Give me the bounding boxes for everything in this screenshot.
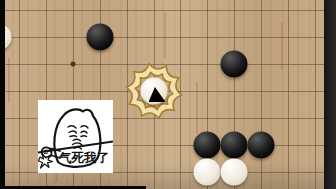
- wood-grain-streak: [196, 82, 198, 134]
- black-stone: [221, 131, 248, 158]
- star-point: [70, 62, 75, 67]
- grid-line-vertical: [315, 0, 316, 189]
- grid-line-vertical: [19, 0, 20, 189]
- sticker-caption: 气死我了: [59, 150, 109, 167]
- wood-grain-streak: [164, 12, 166, 58]
- letterbox-left: [0, 0, 5, 189]
- grid-line-vertical: [261, 0, 262, 189]
- black-stone: [86, 24, 113, 51]
- black-stone: [221, 51, 248, 78]
- meme-sticker: 气死我了: [38, 100, 113, 173]
- letterbox-right: [324, 0, 336, 189]
- grid-line-horizontal: [0, 10, 336, 11]
- white-stone: [221, 158, 248, 185]
- black-stone: [194, 131, 221, 158]
- black-stone: [248, 131, 275, 158]
- white-stone: [194, 158, 221, 185]
- wood-grain-streak: [281, 22, 283, 70]
- letterbox-bottom: [0, 186, 146, 189]
- grid-line-vertical: [288, 0, 289, 189]
- grid-line-horizontal: [0, 37, 336, 38]
